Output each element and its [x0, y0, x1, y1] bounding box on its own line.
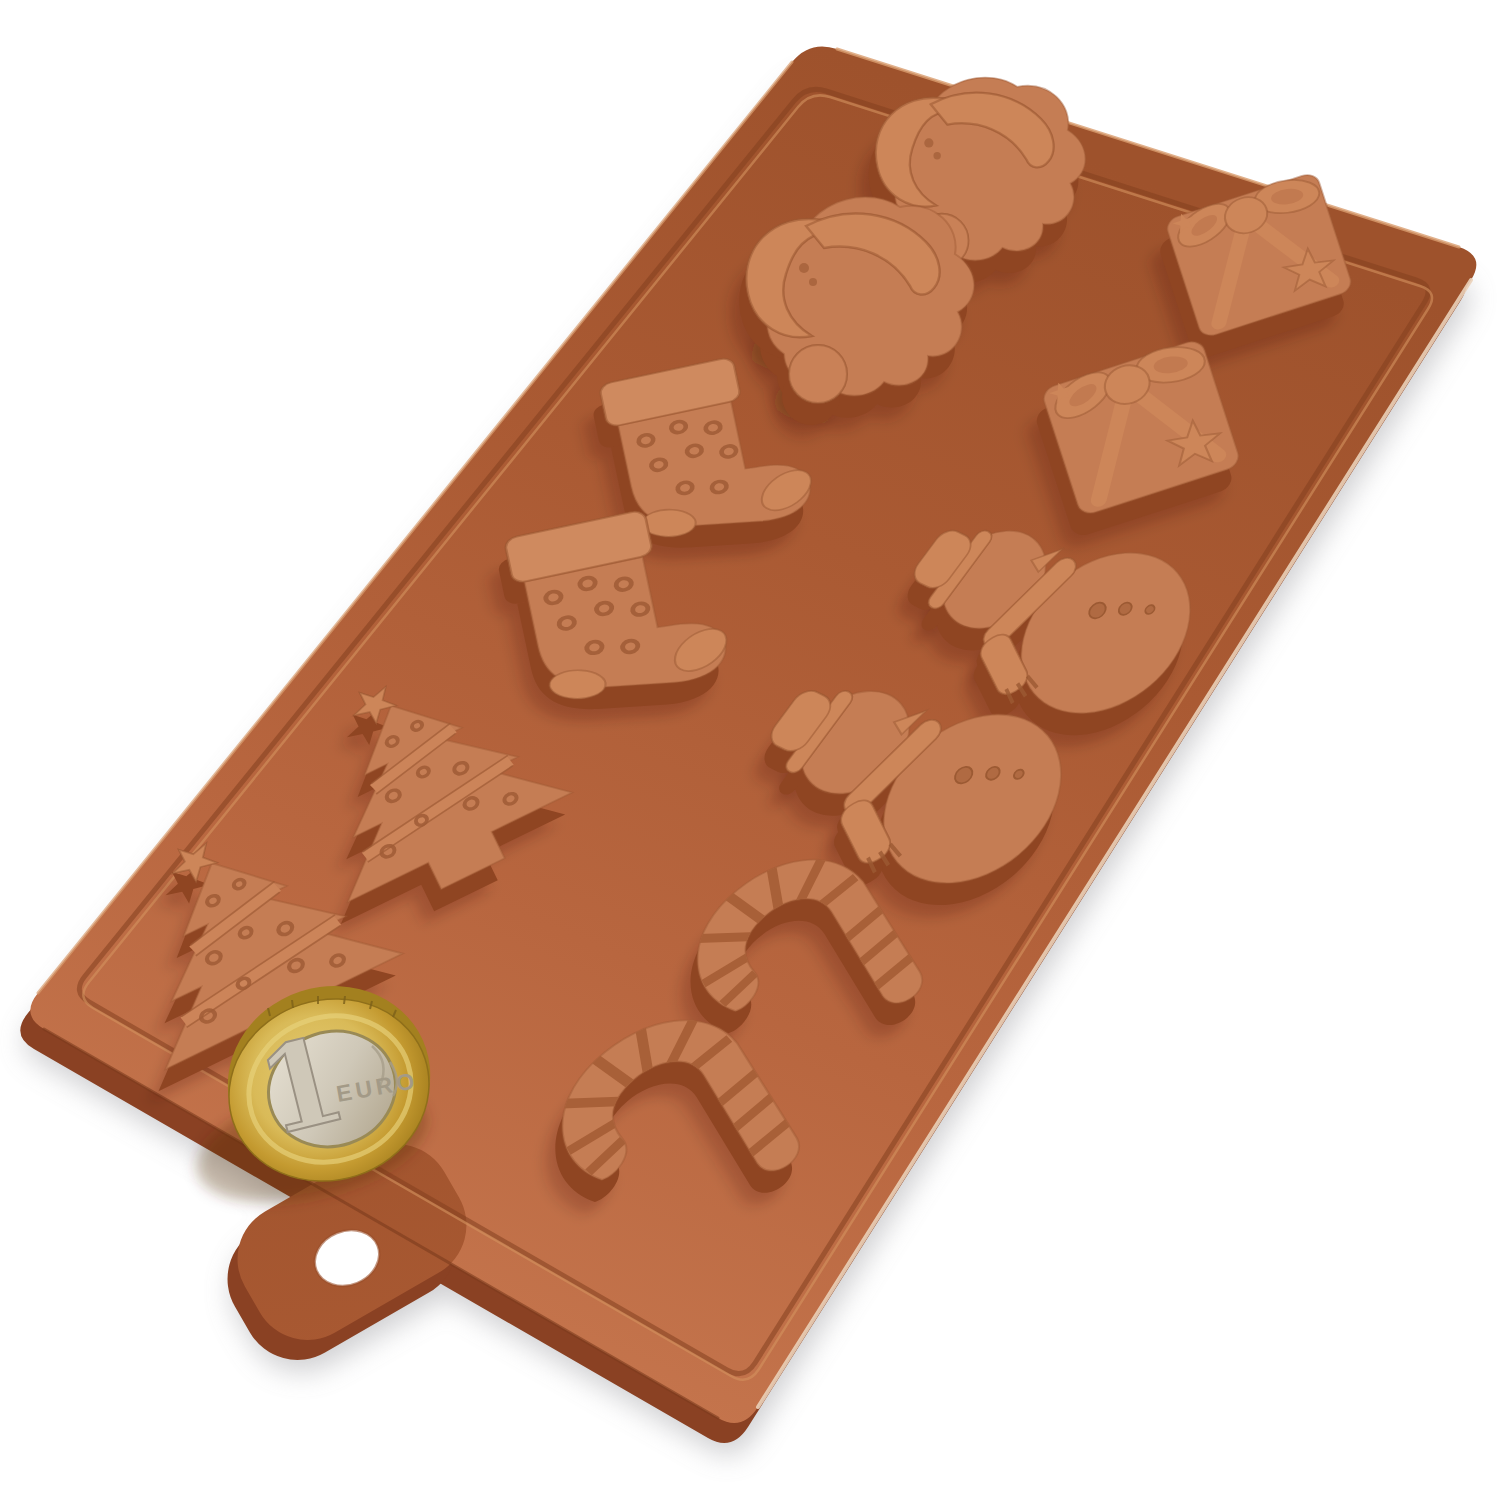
- product-photo: Brown silicone chocolate mould with 12 C…: [0, 0, 1500, 1500]
